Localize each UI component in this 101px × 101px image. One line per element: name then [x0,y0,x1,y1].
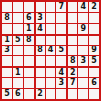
cell-r6c6[interactable] [56,56,66,66]
cell-r3c9[interactable] [89,24,99,34]
cell-r5c8[interactable] [78,46,88,56]
cell-r6c5[interactable] [46,56,56,66]
cell-r2c6[interactable] [56,13,66,23]
cell-r7c1[interactable] [2,67,12,77]
cell-r2c8[interactable] [78,13,88,23]
cell-r5c3[interactable] [24,46,34,56]
cell-r6c2[interactable] [13,56,23,66]
cell-r9c4[interactable]: 2 [35,89,45,99]
cell-r4c5[interactable] [46,35,56,45]
cell-r2c3[interactable]: 6 [24,13,34,23]
cell-r1c9[interactable]: 2 [89,2,99,12]
cell-r4c8[interactable] [78,35,88,45]
cell-r6c7[interactable]: 8 [67,56,77,66]
cell-r4c2[interactable]: 5 [13,35,23,45]
cell-r6c1[interactable] [2,56,12,66]
cell-r4c7[interactable] [67,35,77,45]
cell-r9c8[interactable] [78,89,88,99]
cell-r3c1[interactable] [2,24,12,34]
cell-r6c8[interactable]: 3 [78,56,88,66]
cell-r7c7[interactable]: 2 [67,67,77,77]
cell-r6c3[interactable] [24,56,34,66]
cell-r9c2[interactable]: 6 [13,89,23,99]
cell-r2c2[interactable] [13,13,23,23]
cell-r1c5[interactable] [46,2,56,12]
cell-r3c5[interactable] [46,24,56,34]
cell-r8c3[interactable] [24,78,34,88]
cell-r4c6[interactable] [56,35,66,45]
cell-r2c9[interactable] [89,13,99,23]
cell-r5c7[interactable] [67,46,77,56]
cell-r3c2[interactable] [13,24,23,34]
cell-r1c6[interactable]: 7 [56,2,66,12]
cell-r9c6[interactable] [56,89,66,99]
cell-r8c8[interactable] [78,78,88,88]
cell-r5c5[interactable]: 4 [46,46,56,56]
cell-r4c9[interactable] [89,35,99,45]
cell-r5c4[interactable]: 8 [35,46,45,56]
cell-r3c6[interactable] [56,24,66,34]
cell-r2c5[interactable] [46,13,56,23]
cell-r9c7[interactable] [67,89,77,99]
cell-r8c9[interactable]: 6 [89,78,99,88]
cell-r4c1[interactable]: 1 [2,35,12,45]
cell-r7c4[interactable] [35,67,45,77]
cell-r7c5[interactable] [46,67,56,77]
cell-r7c6[interactable]: 4 [56,67,66,77]
cell-r9c1[interactable]: 5 [2,89,12,99]
cell-r6c9[interactable]: 5 [89,56,99,66]
cell-r1c4[interactable] [35,2,45,12]
cell-r1c8[interactable]: 4 [78,2,88,12]
cell-r6c4[interactable] [35,56,45,66]
cell-r3c4[interactable]: 4 [35,24,45,34]
cell-r7c2[interactable]: 1 [13,67,23,77]
cell-r8c5[interactable] [46,78,56,88]
cell-r4c4[interactable] [35,35,45,45]
cell-r2c1[interactable]: 8 [2,13,12,23]
cell-r7c9[interactable] [89,67,99,77]
cell-r2c4[interactable]: 3 [35,13,45,23]
cell-r1c2[interactable] [13,2,23,12]
cell-r7c8[interactable] [78,67,88,77]
cell-r3c3[interactable]: 1 [24,24,34,34]
cell-r9c9[interactable] [89,89,99,99]
sudoku-board: 74286314915838459835142376562 [0,0,101,101]
sudoku-grid: 74286314915838459835142376562 [2,2,99,99]
cell-r1c3[interactable] [24,2,34,12]
cell-r8c2[interactable] [13,78,23,88]
cell-r9c5[interactable] [46,89,56,99]
cell-r7c3[interactable] [24,67,34,77]
cell-r8c4[interactable] [35,78,45,88]
cell-r8c1[interactable] [2,78,12,88]
cell-r1c1[interactable] [2,2,12,12]
cell-r5c9[interactable]: 9 [89,46,99,56]
cell-r2c7[interactable] [67,13,77,23]
cell-r8c6[interactable]: 3 [56,78,66,88]
cell-r1c7[interactable] [67,2,77,12]
cell-r8c7[interactable]: 7 [67,78,77,88]
cell-r5c6[interactable]: 5 [56,46,66,56]
cell-r3c8[interactable]: 9 [78,24,88,34]
cell-r3c7[interactable] [67,24,77,34]
cell-r5c2[interactable] [13,46,23,56]
cell-r9c3[interactable] [24,89,34,99]
cell-r4c3[interactable]: 8 [24,35,34,45]
cell-r5c1[interactable]: 3 [2,46,12,56]
